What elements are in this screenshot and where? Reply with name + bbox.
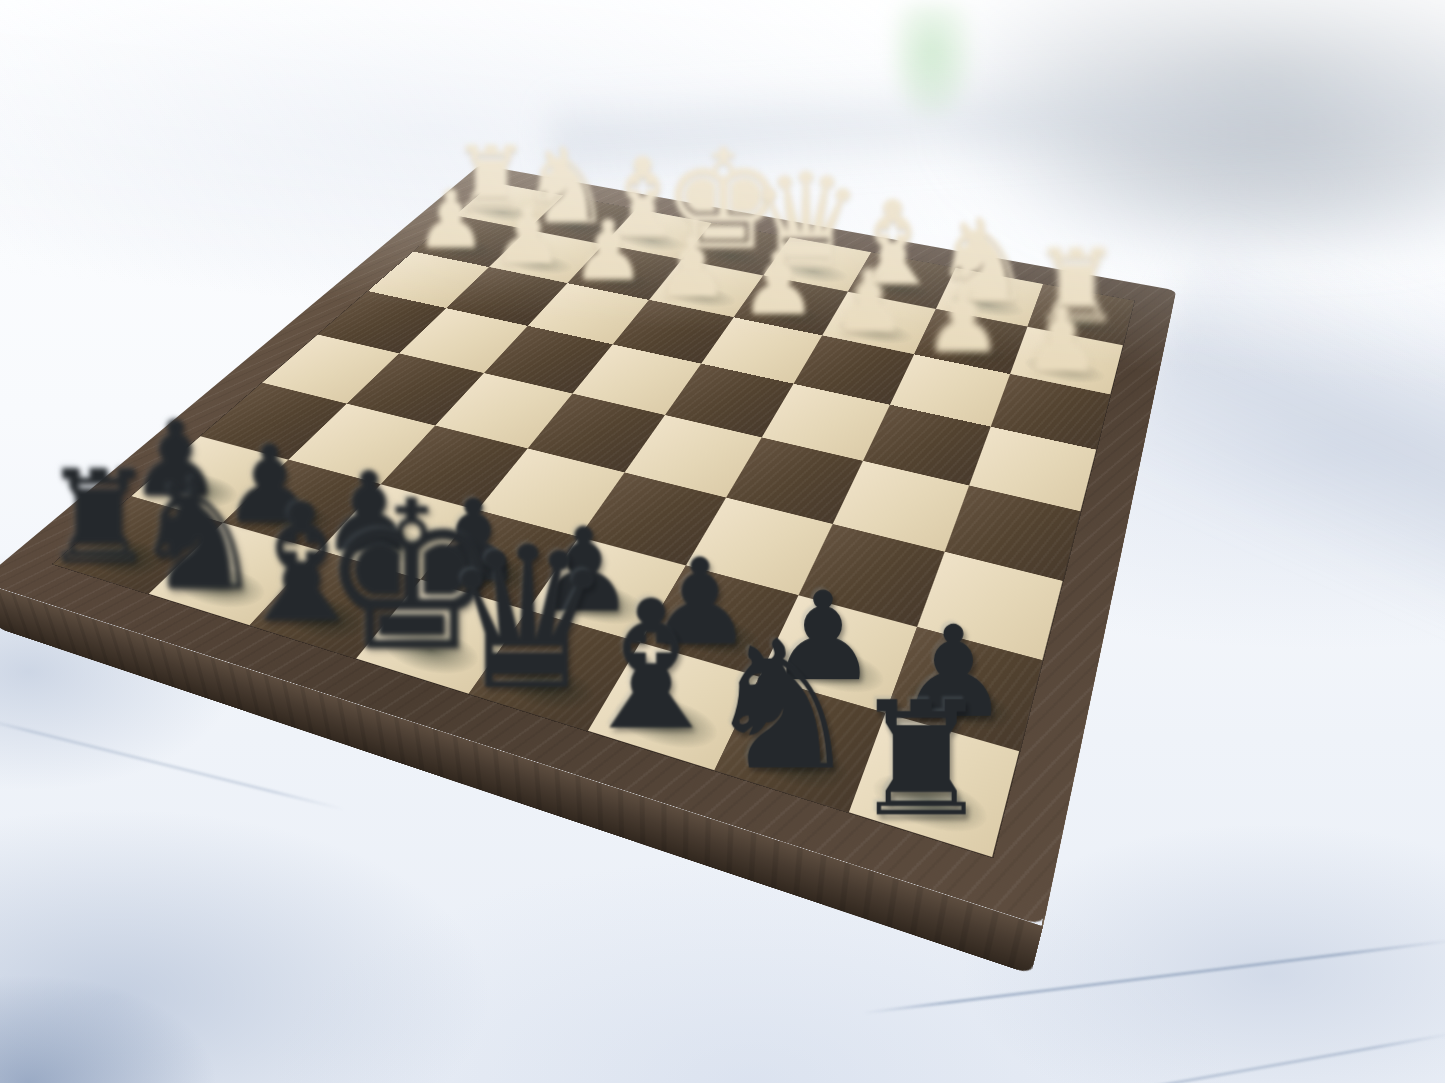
square-a7: ♟ [885, 627, 1042, 751]
chess-board-3d-wrap: ♜♞♝♚♛♝♞♜♟♟♟♟♟♟♟♟♟♟♟♟♟♟♟♟♜♞♝♚♛♝♞♜ [215, 0, 1115, 865]
outdoor-chess-photo-scene: ♜♞♝♚♛♝♞♜♟♟♟♟♟♟♟♟♟♟♟♟♟♟♟♟♜♞♝♚♛♝♞♜ [0, 0, 1445, 1083]
piece-contact-shadow [901, 670, 1018, 739]
piece-contact-shadow [436, 545, 545, 601]
